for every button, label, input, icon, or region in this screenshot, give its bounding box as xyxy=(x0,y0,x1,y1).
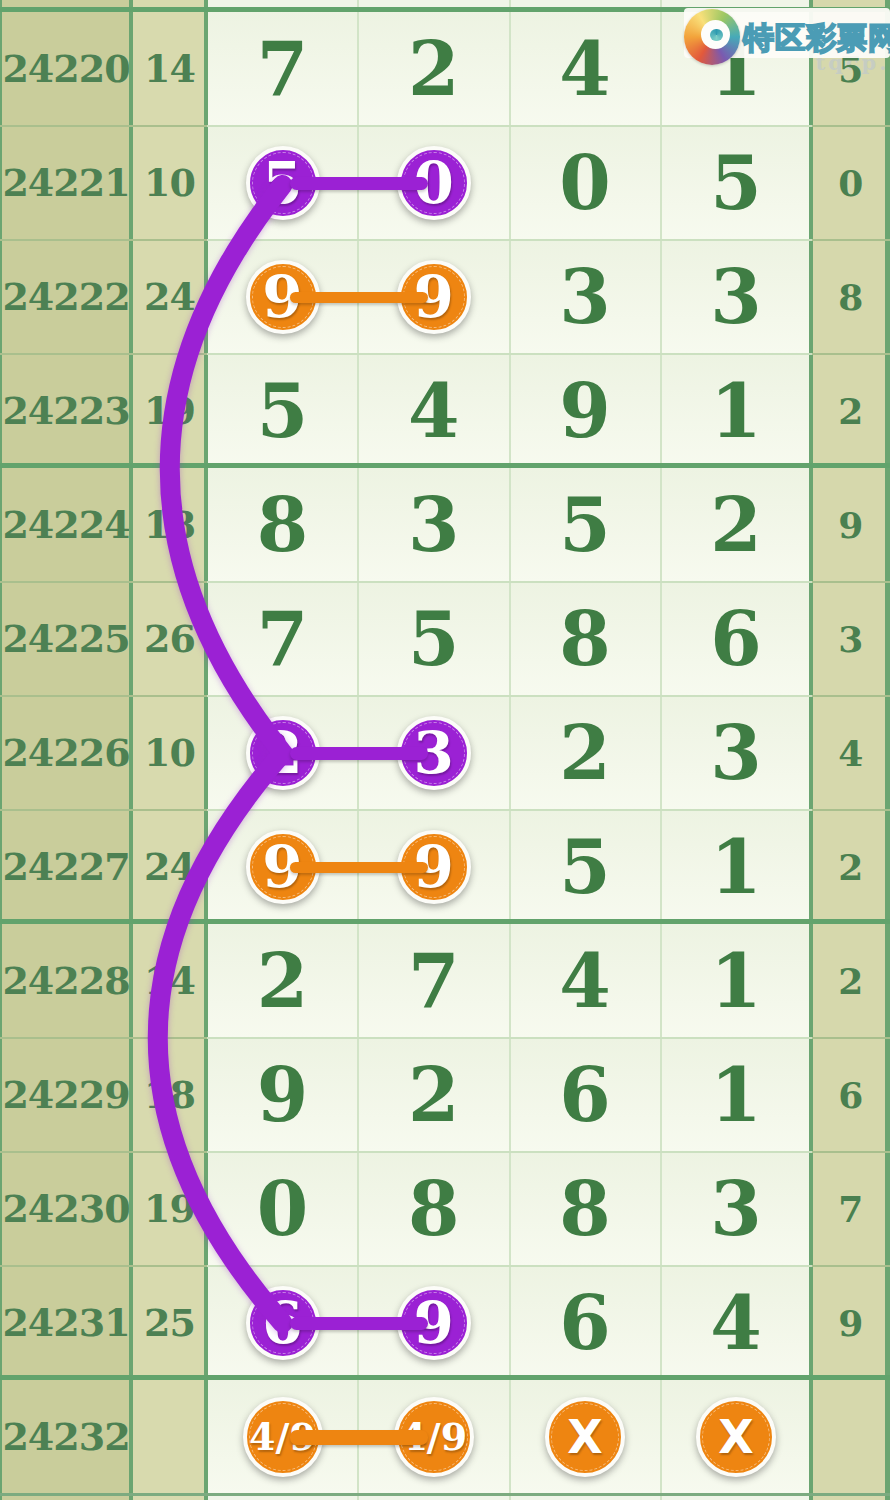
tail-digit-cell: 6 xyxy=(812,1038,890,1152)
digit-cell: 2 xyxy=(510,696,661,810)
sum-cell: 26 xyxy=(132,582,207,696)
row-line-right xyxy=(812,581,890,583)
digit-cell: 7 xyxy=(358,924,510,1038)
digit-cell: 3 xyxy=(358,468,510,582)
digit-cell: 0 xyxy=(510,126,661,240)
digit-cell: 2 xyxy=(661,468,812,582)
tail-digit-cell: 3 xyxy=(812,582,890,696)
mark-connector-bar xyxy=(290,1430,428,1445)
digit-cell: 4 xyxy=(661,1266,812,1380)
prediction-cell: X xyxy=(661,1380,812,1494)
mark-connector-bar xyxy=(290,747,428,760)
digit-cell: 4 xyxy=(358,354,510,468)
tail-digit-cell: 2 xyxy=(812,924,890,1038)
site-name-link[interactable]: 特区彩票网 xyxy=(744,18,890,59)
row-line-right xyxy=(812,1265,890,1267)
row-line-mid xyxy=(207,125,812,127)
issue-cell: 24231 xyxy=(0,1266,132,1380)
issue-cell: 24232 xyxy=(0,1380,132,1494)
digit-cell: 5 xyxy=(661,126,812,240)
row-line-mid xyxy=(207,581,812,583)
grid-vline-col4-tail xyxy=(809,0,813,1500)
sum-cell: 10 xyxy=(132,126,207,240)
digit-cell: 9 xyxy=(207,1038,358,1152)
row-line-mid xyxy=(207,809,812,811)
row-line-left xyxy=(0,1265,207,1267)
tail-digit-cell: 8 xyxy=(812,240,890,354)
row-line-mid xyxy=(207,695,812,697)
excluded-mark: X xyxy=(696,1397,776,1477)
row-line-left xyxy=(0,239,207,241)
sum-cell: 24 xyxy=(132,240,207,354)
digit-cell: 7 xyxy=(207,12,358,126)
digit-cell: 3 xyxy=(661,240,812,354)
mark-connector-bar xyxy=(290,177,428,190)
sum-cell xyxy=(132,1380,207,1494)
row-line-right xyxy=(812,809,890,811)
issue-cell: 24221 xyxy=(0,126,132,240)
issue-cell: 24223 xyxy=(0,354,132,468)
sum-cell: 24 xyxy=(132,810,207,924)
grid-left-border xyxy=(0,0,2,1500)
digit-cell: 5 xyxy=(358,582,510,696)
digit-cell: 8 xyxy=(510,1152,661,1266)
sum-cell: 18 xyxy=(132,468,207,582)
tail-digit-cell: 7 xyxy=(812,1152,890,1266)
grid-vline-col3-col4 xyxy=(660,0,662,1500)
excluded-mark: X xyxy=(545,1397,625,1477)
tail-digit-cell: 0 xyxy=(812,126,890,240)
digit-cell: 8 xyxy=(207,468,358,582)
digit-cell: 8 xyxy=(510,582,661,696)
row-line-left xyxy=(0,1037,207,1039)
digit-cell: 2 xyxy=(358,12,510,126)
row-line-right xyxy=(812,1151,890,1153)
row-line-left xyxy=(0,353,207,355)
row-line-right xyxy=(812,695,890,697)
row-line-mid xyxy=(207,1151,812,1153)
sum-cell: 25 xyxy=(132,1266,207,1380)
row-line-mid xyxy=(207,1037,812,1039)
row-line-right xyxy=(812,1037,890,1039)
grid-vline-sum-digits xyxy=(204,0,208,1500)
tail-digit-cell: 2 xyxy=(812,354,890,468)
issue-cell: 24230 xyxy=(0,1152,132,1266)
sum-cell: 10 xyxy=(132,696,207,810)
digit-cell: 6 xyxy=(510,1266,661,1380)
tail-digit-cell: 2 xyxy=(812,810,890,924)
separator-group2 xyxy=(0,919,890,924)
lottery-trend-board: 2422014724152422110500502422224993382422… xyxy=(0,0,890,1500)
mark-connector-bar xyxy=(290,1317,428,1330)
row-line-left xyxy=(0,809,207,811)
mark-connector-bar xyxy=(290,292,428,303)
digit-cell: 2 xyxy=(358,1038,510,1152)
tail-digit-cell: 9 xyxy=(812,468,890,582)
digit-cell: 8 xyxy=(358,1152,510,1266)
issue-cell: 24227 xyxy=(0,810,132,924)
row-line-left xyxy=(0,581,207,583)
site-logo-swirl-icon[interactable] xyxy=(684,9,740,65)
swirl-core xyxy=(710,29,722,41)
sum-cell: 19 xyxy=(132,354,207,468)
row-line-right xyxy=(812,353,890,355)
separator-bottom xyxy=(0,1493,890,1496)
digit-cell: 6 xyxy=(510,1038,661,1152)
sum-cell: 18 xyxy=(132,1038,207,1152)
digit-cell: 1 xyxy=(661,1038,812,1152)
tail-digit-cell: 9 xyxy=(812,1266,890,1380)
tail-digit-cell: 4 xyxy=(812,696,890,810)
digit-cell: 4 xyxy=(510,12,661,126)
issue-cell: 24220 xyxy=(0,12,132,126)
issue-cell: 24229 xyxy=(0,1038,132,1152)
tail-digit-cell xyxy=(812,1380,890,1494)
grid-right-border xyxy=(885,0,890,1500)
issue-cell: 24222 xyxy=(0,240,132,354)
digit-cell: 9 xyxy=(510,354,661,468)
digit-cell: 3 xyxy=(510,240,661,354)
row-line-left xyxy=(0,1151,207,1153)
row-line-mid xyxy=(207,1265,812,1267)
sum-cell: 19 xyxy=(132,1152,207,1266)
separator-group1 xyxy=(0,463,890,468)
issue-cell: 24224 xyxy=(0,468,132,582)
issue-cell: 24228 xyxy=(0,924,132,1038)
row-line-right xyxy=(812,125,890,127)
digit-cell: 5 xyxy=(207,354,358,468)
digit-cell: 7 xyxy=(207,582,358,696)
separator-prediction xyxy=(0,1375,890,1380)
digit-cell: 4 xyxy=(510,924,661,1038)
prediction-cell: X xyxy=(510,1380,661,1494)
row-line-left xyxy=(0,125,207,127)
issue-cell: 24225 xyxy=(0,582,132,696)
grid-vline-col2-col3 xyxy=(509,0,511,1500)
digit-cell: 1 xyxy=(661,354,812,468)
row-line-mid xyxy=(207,239,812,241)
issue-cell: 24226 xyxy=(0,696,132,810)
grid-vline-issue-sum xyxy=(129,0,133,1500)
digit-cell: 5 xyxy=(510,468,661,582)
digit-cell: 2 xyxy=(207,924,358,1038)
sum-cell: 14 xyxy=(132,12,207,126)
digit-cell: 5 xyxy=(510,810,661,924)
sum-cell: 14 xyxy=(132,924,207,1038)
digit-cell: 3 xyxy=(661,1152,812,1266)
row-line-left xyxy=(0,695,207,697)
mark-connector-bar xyxy=(290,862,428,873)
digit-cell: 1 xyxy=(661,924,812,1038)
row-line-right xyxy=(812,239,890,241)
row-line-mid xyxy=(207,353,812,355)
digit-cell: 6 xyxy=(661,582,812,696)
digit-cell: 3 xyxy=(661,696,812,810)
digit-cell: 0 xyxy=(207,1152,358,1266)
digit-cell: 1 xyxy=(661,810,812,924)
